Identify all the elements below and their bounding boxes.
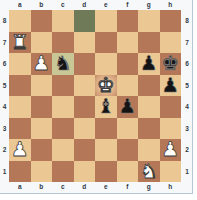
square-d8[interactable] [74, 10, 96, 32]
square-d4[interactable] [74, 96, 96, 118]
square-b7[interactable] [31, 32, 53, 54]
square-a4[interactable] [9, 96, 31, 118]
square-g1[interactable]: ♞ [138, 161, 160, 183]
square-h5[interactable]: ♟ [160, 75, 182, 97]
square-b3[interactable] [31, 118, 53, 140]
square-c1[interactable] [52, 161, 74, 183]
square-g3[interactable] [138, 118, 160, 140]
square-d3[interactable] [74, 118, 96, 140]
file-label-e: e [95, 0, 117, 10]
file-labels-bottom: abcdefgh [9, 182, 181, 193]
square-e6[interactable] [95, 53, 117, 75]
square-d1[interactable] [74, 161, 96, 183]
square-e1[interactable] [95, 161, 117, 183]
chess-diagram-page: abcdefgh 87654321 ♜♟♞♟♚♚♟♝♟♟♟♞ 87654321 … [0, 0, 197, 200]
square-g8[interactable] [138, 10, 160, 32]
square-f2[interactable] [117, 139, 139, 161]
square-b1[interactable] [31, 161, 53, 183]
square-f5[interactable] [117, 75, 139, 97]
rank-label-1: 1 [0, 161, 9, 183]
square-a2[interactable]: ♟ [9, 139, 31, 161]
square-g2[interactable] [138, 139, 160, 161]
square-f7[interactable] [117, 32, 139, 54]
square-d5[interactable] [74, 75, 96, 97]
file-label-g: g [138, 0, 160, 10]
file-label-c: c [52, 0, 74, 10]
square-a8[interactable] [9, 10, 31, 32]
square-f4[interactable]: ♟ [117, 96, 139, 118]
rank-label-3: 3 [0, 118, 9, 140]
square-e8[interactable] [95, 10, 117, 32]
file-label-b: b [31, 182, 53, 193]
rank-label-2: 2 [0, 139, 9, 161]
rank-label-3: 3 [181, 118, 193, 140]
square-f8[interactable] [117, 10, 139, 32]
square-a6[interactable] [9, 53, 31, 75]
rank-label-1: 1 [181, 161, 193, 183]
black-bishop[interactable]: ♝ [97, 96, 115, 118]
square-a1[interactable] [9, 161, 31, 183]
file-label-h: h [160, 182, 182, 193]
white-pawn[interactable]: ♟ [32, 53, 50, 75]
file-labels-top: abcdefgh [9, 0, 181, 10]
rank-label-8: 8 [0, 10, 9, 32]
square-h6[interactable]: ♚ [160, 53, 182, 75]
square-c7[interactable] [52, 32, 74, 54]
white-king[interactable]: ♚ [97, 75, 115, 97]
rank-label-6: 6 [181, 53, 193, 75]
square-h8[interactable] [160, 10, 182, 32]
square-b4[interactable] [31, 96, 53, 118]
rank-label-6: 6 [0, 53, 9, 75]
rank-label-8: 8 [181, 10, 193, 32]
square-f6[interactable] [117, 53, 139, 75]
board-panel: abcdefgh 87654321 ♜♟♞♟♚♚♟♝♟♟♟♞ 87654321 … [0, 0, 193, 194]
square-c6[interactable]: ♞ [52, 53, 74, 75]
black-pawn[interactable]: ♟ [118, 96, 136, 118]
white-pawn[interactable]: ♟ [11, 139, 29, 161]
square-f3[interactable] [117, 118, 139, 140]
square-e5[interactable]: ♚ [95, 75, 117, 97]
rank-label-5: 5 [0, 75, 9, 97]
black-knight[interactable]: ♞ [54, 53, 72, 75]
square-c2[interactable] [52, 139, 74, 161]
white-rook[interactable]: ♜ [11, 32, 29, 54]
rank-label-2: 2 [181, 139, 193, 161]
square-c5[interactable] [52, 75, 74, 97]
square-b5[interactable] [31, 75, 53, 97]
square-b6[interactable]: ♟ [31, 53, 53, 75]
file-label-h: h [160, 0, 182, 10]
file-label-f: f [117, 182, 139, 193]
white-knight[interactable]: ♞ [140, 161, 158, 183]
file-label-b: b [31, 0, 53, 10]
rank-labels-left: 87654321 [0, 10, 9, 182]
square-c4[interactable] [52, 96, 74, 118]
square-g5[interactable] [138, 75, 160, 97]
square-d7[interactable] [74, 32, 96, 54]
file-label-e: e [95, 182, 117, 193]
square-a3[interactable] [9, 118, 31, 140]
white-pawn[interactable]: ♟ [161, 139, 179, 161]
file-label-d: d [74, 0, 96, 10]
rank-labels-right: 87654321 [181, 10, 193, 182]
square-a7[interactable]: ♜ [9, 32, 31, 54]
rank-label-7: 7 [181, 32, 193, 54]
square-h1[interactable] [160, 161, 182, 183]
file-label-c: c [52, 182, 74, 193]
square-e2[interactable] [95, 139, 117, 161]
black-pawn[interactable]: ♟ [140, 53, 158, 75]
file-label-f: f [117, 0, 139, 10]
square-d2[interactable] [74, 139, 96, 161]
square-h3[interactable] [160, 118, 182, 140]
square-g7[interactable] [138, 32, 160, 54]
rank-label-4: 4 [181, 96, 193, 118]
chess-board[interactable]: ♜♟♞♟♚♚♟♝♟♟♟♞ [9, 10, 181, 182]
square-g6[interactable]: ♟ [138, 53, 160, 75]
square-b2[interactable] [31, 139, 53, 161]
rank-label-7: 7 [0, 32, 9, 54]
square-h4[interactable] [160, 96, 182, 118]
file-label-a: a [9, 0, 31, 10]
file-label-a: a [9, 182, 31, 193]
square-h2[interactable]: ♟ [160, 139, 182, 161]
square-e7[interactable] [95, 32, 117, 54]
rank-label-4: 4 [0, 96, 9, 118]
square-e4[interactable]: ♝ [95, 96, 117, 118]
file-label-d: d [74, 182, 96, 193]
square-e3[interactable] [95, 118, 117, 140]
black-king[interactable]: ♚ [161, 53, 179, 75]
file-label-g: g [138, 182, 160, 193]
square-c8[interactable] [52, 10, 74, 32]
square-g4[interactable] [138, 96, 160, 118]
square-d6[interactable] [74, 53, 96, 75]
square-c3[interactable] [52, 118, 74, 140]
rank-label-5: 5 [181, 75, 193, 97]
square-a5[interactable] [9, 75, 31, 97]
square-b8[interactable] [31, 10, 53, 32]
square-f1[interactable] [117, 161, 139, 183]
square-h7[interactable] [160, 32, 182, 54]
black-pawn[interactable]: ♟ [161, 75, 179, 97]
